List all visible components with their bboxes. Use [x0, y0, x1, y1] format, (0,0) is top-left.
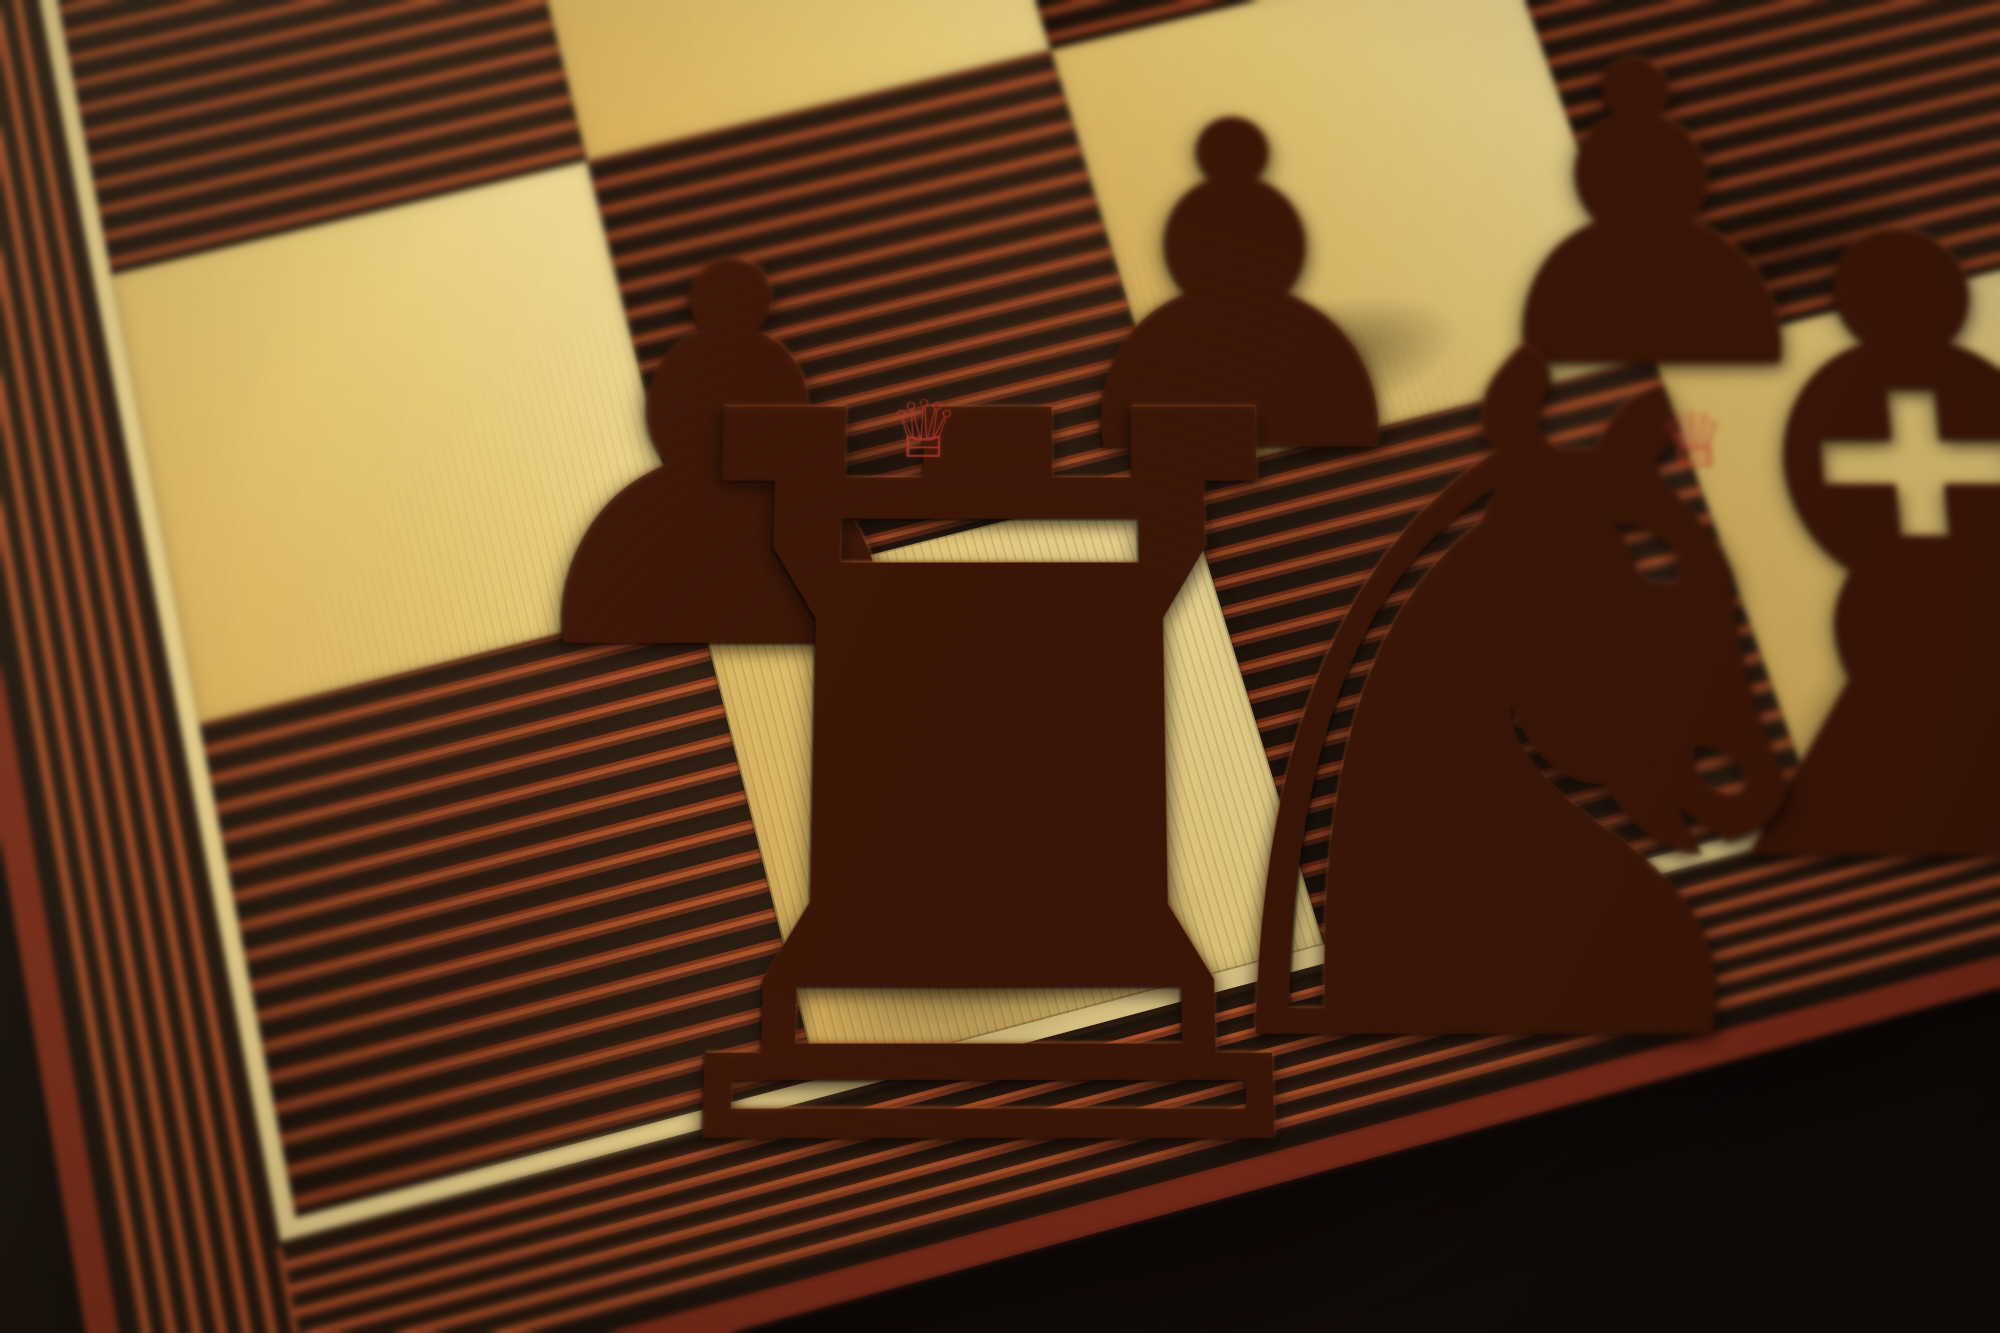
photo-scene: ♟♟♟♜♕♞♕♝	[0, 0, 2000, 1333]
board-frame: ♟♟♟♜♕♞♕♝	[0, 0, 2000, 1333]
board-black-rim: ♟♟♟♜♕♞♕♝	[0, 0, 2000, 1333]
kingside-stamp-icon: ♕	[1657, 406, 1731, 475]
rook-piece[interactable]: ♜♕	[528, 346, 1450, 1251]
kingside-stamp-icon: ♕	[888, 395, 961, 466]
chess-board: ♟♟♟♜♕♞♕♝	[0, 0, 2000, 1333]
square-c1r2[interactable]: ♜♕	[696, 476, 1324, 1079]
chess-board-grid: ♟♟♟♜♕♞♕♝	[12, 0, 2000, 1241]
